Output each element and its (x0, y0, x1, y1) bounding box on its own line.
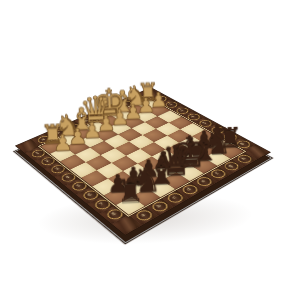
board-scene: abcdefgh1♜♞♝♛♚♝♞♜12♟♟♟♟♟♟♟♟2334455667♟♟♟… (46, 55, 234, 243)
chess-board: abcdefgh1♜♞♝♛♚♝♞♜12♟♟♟♟♟♟♟♟2334455667♟♟♟… (16, 88, 269, 235)
square-g5 (167, 129, 192, 142)
product-photo: abcdefgh1♜♞♝♛♚♝♞♜12♟♟♟♟♟♟♟♟2334455667♟♟♟… (0, 0, 285, 285)
